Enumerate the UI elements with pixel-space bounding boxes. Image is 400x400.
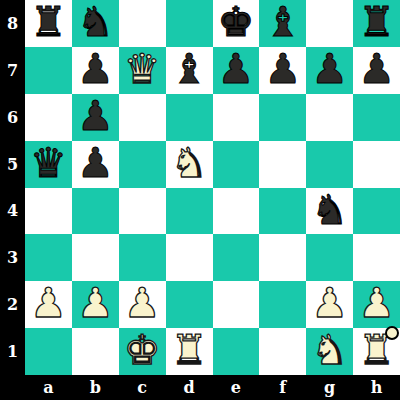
rank-label-8: 8	[0, 0, 25, 47]
square-c7[interactable]: ♛	[119, 47, 166, 94]
rank-label-3: 3	[0, 234, 25, 281]
square-h7[interactable]: ♟	[353, 47, 400, 94]
piece-black-rook[interactable]: ♜	[30, 0, 67, 46]
square-c8[interactable]	[119, 0, 166, 47]
piece-white-king[interactable]: ♚	[124, 328, 161, 374]
square-c3[interactable]	[119, 234, 166, 281]
piece-black-pawn[interactable]: ♟	[218, 47, 255, 93]
rank-label-5: 5	[0, 141, 25, 188]
square-a8[interactable]: ♜	[25, 0, 72, 47]
square-d3[interactable]	[166, 234, 213, 281]
square-a5[interactable]: ♛	[25, 141, 72, 188]
square-e2[interactable]	[213, 281, 260, 328]
file-labels: abcdefgh	[25, 375, 400, 400]
piece-black-pawn[interactable]: ♟	[77, 94, 114, 140]
piece-black-pawn[interactable]: ♟	[77, 47, 114, 93]
square-g6[interactable]	[306, 94, 353, 141]
square-a3[interactable]	[25, 234, 72, 281]
square-f4[interactable]	[259, 188, 306, 235]
square-g7[interactable]: ♟	[306, 47, 353, 94]
piece-black-queen[interactable]: ♛	[30, 141, 67, 187]
square-a6[interactable]	[25, 94, 72, 141]
square-a4[interactable]	[25, 188, 72, 235]
piece-white-rook[interactable]: ♜	[171, 328, 208, 374]
square-b7[interactable]: ♟	[72, 47, 119, 94]
square-f3[interactable]	[259, 234, 306, 281]
square-f1[interactable]	[259, 328, 306, 375]
square-c6[interactable]	[119, 94, 166, 141]
square-e6[interactable]	[213, 94, 260, 141]
square-b4[interactable]	[72, 188, 119, 235]
square-g1[interactable]: ♞	[306, 328, 353, 375]
piece-white-pawn[interactable]: ♟	[77, 281, 114, 327]
square-d6[interactable]	[166, 94, 213, 141]
piece-black-king[interactable]: ♚	[218, 0, 255, 46]
square-g3[interactable]	[306, 234, 353, 281]
square-b1[interactable]	[72, 328, 119, 375]
square-e5[interactable]	[213, 141, 260, 188]
square-f6[interactable]	[259, 94, 306, 141]
piece-white-knight[interactable]: ♞	[171, 141, 208, 187]
square-d1[interactable]: ♜	[166, 328, 213, 375]
piece-white-knight[interactable]: ♞	[311, 328, 348, 374]
square-h6[interactable]	[353, 94, 400, 141]
rank-label-7: 7	[0, 47, 25, 94]
piece-black-pawn[interactable]: ♟	[77, 141, 114, 187]
rank-labels: 87654321	[0, 0, 25, 375]
square-c5[interactable]	[119, 141, 166, 188]
piece-black-bishop[interactable]: ♝	[171, 47, 208, 93]
file-label-c: c	[119, 375, 166, 400]
file-label-f: f	[259, 375, 306, 400]
file-label-e: e	[213, 375, 260, 400]
rank-label-4: 4	[0, 188, 25, 235]
square-a7[interactable]	[25, 47, 72, 94]
square-e8[interactable]: ♚	[213, 0, 260, 47]
square-e3[interactable]	[213, 234, 260, 281]
square-d2[interactable]	[166, 281, 213, 328]
square-g4[interactable]: ♞	[306, 188, 353, 235]
rank-label-2: 2	[0, 281, 25, 328]
square-c4[interactable]	[119, 188, 166, 235]
file-label-h: h	[353, 375, 400, 400]
piece-black-bishop[interactable]: ♝	[264, 0, 301, 46]
rank-label-6: 6	[0, 94, 25, 141]
square-h3[interactable]	[353, 234, 400, 281]
square-f5[interactable]	[259, 141, 306, 188]
board-frame: 87654321 ♜♞♚♝♜♟♛♝♟♟♟♟♟♛♟♞♞♟♟♟♟♟♚♜♞♜ abcd…	[0, 0, 400, 400]
square-b8[interactable]: ♞	[72, 0, 119, 47]
square-g8[interactable]	[306, 0, 353, 47]
file-label-b: b	[72, 375, 119, 400]
square-a1[interactable]	[25, 328, 72, 375]
piece-white-pawn[interactable]: ♟	[311, 281, 348, 327]
piece-black-pawn[interactable]: ♟	[264, 47, 301, 93]
square-g5[interactable]	[306, 141, 353, 188]
file-label-a: a	[25, 375, 72, 400]
square-f7[interactable]: ♟	[259, 47, 306, 94]
square-b5[interactable]: ♟	[72, 141, 119, 188]
piece-black-knight[interactable]: ♞	[311, 188, 348, 234]
piece-black-knight[interactable]: ♞	[77, 0, 114, 46]
file-label-g: g	[306, 375, 353, 400]
square-f2[interactable]	[259, 281, 306, 328]
board[interactable]: ♜♞♚♝♜♟♛♝♟♟♟♟♟♛♟♞♞♟♟♟♟♟♚♜♞♜	[25, 0, 400, 375]
square-b3[interactable]	[72, 234, 119, 281]
piece-white-queen[interactable]: ♛	[124, 47, 161, 93]
square-a2[interactable]: ♟	[25, 281, 72, 328]
piece-black-rook[interactable]: ♜	[358, 0, 395, 46]
piece-black-pawn[interactable]: ♟	[311, 47, 348, 93]
piece-white-pawn[interactable]: ♟	[358, 281, 395, 327]
square-h8[interactable]: ♜	[353, 0, 400, 47]
square-e1[interactable]	[213, 328, 260, 375]
rank-label-1: 1	[0, 328, 25, 375]
square-g2[interactable]: ♟	[306, 281, 353, 328]
square-b2[interactable]: ♟	[72, 281, 119, 328]
square-d7[interactable]: ♝	[166, 47, 213, 94]
piece-black-pawn[interactable]: ♟	[358, 47, 395, 93]
move-marker-circle	[385, 326, 399, 340]
square-c1[interactable]: ♚	[119, 328, 166, 375]
piece-white-pawn[interactable]: ♟	[30, 281, 67, 327]
square-d4[interactable]	[166, 188, 213, 235]
square-d8[interactable]	[166, 0, 213, 47]
square-f8[interactable]: ♝	[259, 0, 306, 47]
file-label-d: d	[166, 375, 213, 400]
square-e7[interactable]: ♟	[213, 47, 260, 94]
square-b6[interactable]: ♟	[72, 94, 119, 141]
square-h2[interactable]: ♟	[353, 281, 400, 328]
square-h5[interactable]	[353, 141, 400, 188]
piece-white-pawn[interactable]: ♟	[124, 281, 161, 327]
square-c2[interactable]: ♟	[119, 281, 166, 328]
square-d5[interactable]: ♞	[166, 141, 213, 188]
square-e4[interactable]	[213, 188, 260, 235]
square-h4[interactable]	[353, 188, 400, 235]
